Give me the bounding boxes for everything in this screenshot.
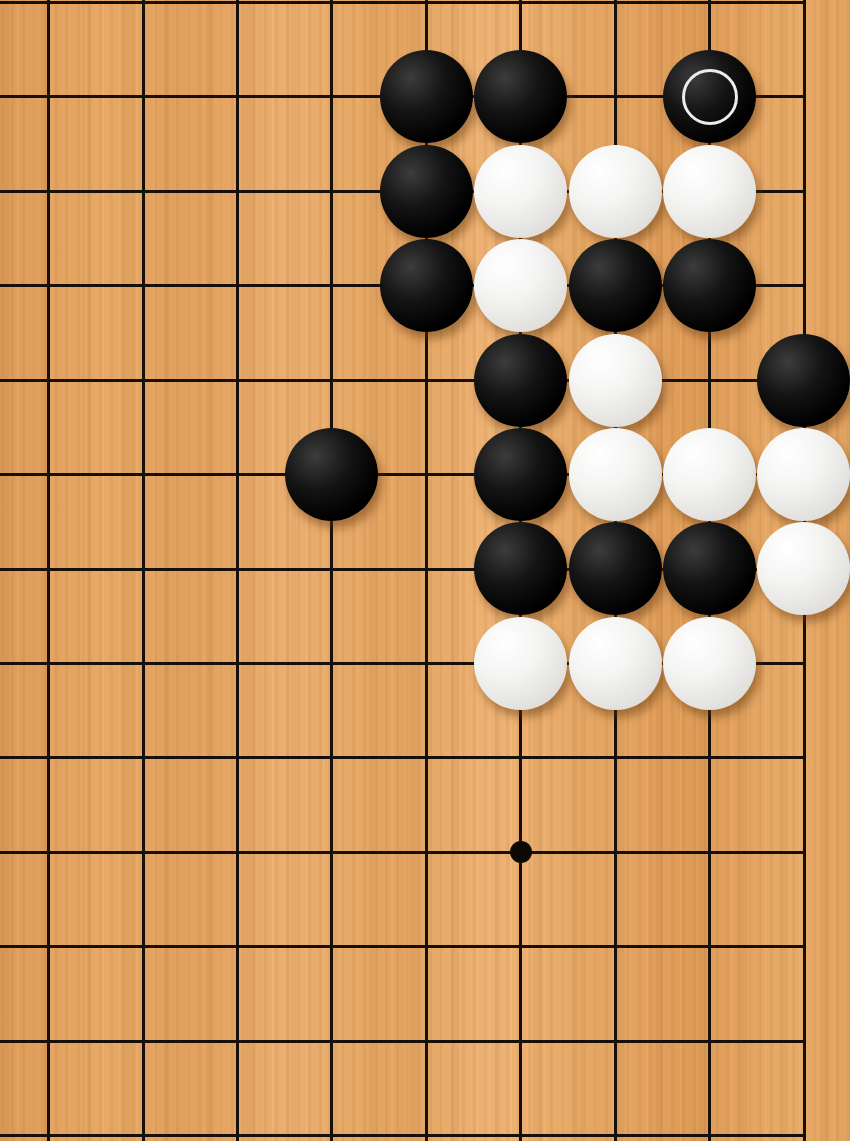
intersection-O13[interactable] <box>285 522 379 616</box>
intersection-S8[interactable] <box>662 994 756 1088</box>
intersection-R16[interactable] <box>568 238 662 332</box>
black-stone <box>663 522 756 615</box>
intersection-Q11[interactable] <box>473 711 567 805</box>
intersection-P9[interactable] <box>379 899 473 993</box>
intersection-S14[interactable] <box>662 427 756 521</box>
intersection-M7[interactable] <box>96 1088 190 1141</box>
intersection-S7[interactable] <box>662 1088 756 1141</box>
intersection-T12[interactable] <box>757 616 850 710</box>
intersection-O19[interactable] <box>285 0 379 50</box>
black-stone <box>474 334 567 427</box>
white-stone <box>569 428 662 521</box>
intersection-R15[interactable] <box>568 333 662 427</box>
intersection-O14[interactable] <box>285 427 379 521</box>
intersection-O12[interactable] <box>285 616 379 710</box>
intersection-Q16[interactable] <box>473 238 567 332</box>
intersection-R19[interactable] <box>568 0 662 50</box>
intersection-P8[interactable] <box>379 994 473 1088</box>
intersection-S12[interactable] <box>662 616 756 710</box>
go-board <box>0 0 850 1141</box>
last-move-circle-marker <box>682 69 738 125</box>
intersection-S16[interactable] <box>662 238 756 332</box>
black-stone <box>569 522 662 615</box>
intersection-T7[interactable] <box>757 1088 850 1141</box>
white-stone <box>569 145 662 238</box>
intersection-O15[interactable] <box>285 333 379 427</box>
intersection-Q10[interactable] <box>473 805 567 899</box>
intersection-M12[interactable] <box>96 616 190 710</box>
intersection-R13[interactable] <box>568 522 662 616</box>
intersection-O17[interactable] <box>285 144 379 238</box>
intersection-N15[interactable] <box>190 333 284 427</box>
black-stone <box>569 239 662 332</box>
intersection-R12[interactable] <box>568 616 662 710</box>
intersection-R17[interactable] <box>568 144 662 238</box>
white-stone <box>474 239 567 332</box>
intersection-Q13[interactable] <box>473 522 567 616</box>
intersection-R11[interactable] <box>568 711 662 805</box>
intersection-S13[interactable] <box>662 522 756 616</box>
white-stone <box>569 617 662 710</box>
intersection-L8[interactable] <box>1 994 95 1088</box>
intersection-N16[interactable] <box>190 238 284 332</box>
intersection-L18[interactable] <box>1 50 95 144</box>
intersection-S10[interactable] <box>662 805 756 899</box>
intersection-T16[interactable] <box>757 238 850 332</box>
intersection-M15[interactable] <box>96 333 190 427</box>
intersection-N10[interactable] <box>190 805 284 899</box>
white-stone <box>663 145 756 238</box>
intersection-R10[interactable] <box>568 805 662 899</box>
intersection-N8[interactable] <box>190 994 284 1088</box>
black-stone <box>474 522 567 615</box>
intersection-T10[interactable] <box>757 805 850 899</box>
intersection-L12[interactable] <box>1 616 95 710</box>
white-stone <box>663 617 756 710</box>
intersection-Q19[interactable] <box>473 0 567 50</box>
intersection-O11[interactable] <box>285 711 379 805</box>
intersection-Q12[interactable] <box>473 616 567 710</box>
black-stone <box>757 334 850 427</box>
intersection-R7[interactable] <box>568 1088 662 1141</box>
black-stone <box>474 50 567 143</box>
intersection-P10[interactable] <box>379 805 473 899</box>
intersection-M8[interactable] <box>96 994 190 1088</box>
white-stone <box>757 522 850 615</box>
intersection-M18[interactable] <box>96 50 190 144</box>
intersection-M13[interactable] <box>96 522 190 616</box>
white-stone <box>474 617 567 710</box>
intersection-S17[interactable] <box>662 144 756 238</box>
intersection-T9[interactable] <box>757 899 850 993</box>
intersection-M9[interactable] <box>96 899 190 993</box>
intersection-P16[interactable] <box>379 238 473 332</box>
star-point <box>510 841 532 863</box>
intersection-N14[interactable] <box>190 427 284 521</box>
intersection-O8[interactable] <box>285 994 379 1088</box>
intersection-L17[interactable] <box>1 144 95 238</box>
intersection-Q18[interactable] <box>473 50 567 144</box>
intersection-P14[interactable] <box>379 427 473 521</box>
intersection-S18[interactable] <box>662 50 756 144</box>
intersection-P19[interactable] <box>379 0 473 50</box>
intersection-L13[interactable] <box>1 522 95 616</box>
intersection-Q8[interactable] <box>473 994 567 1088</box>
intersection-T17[interactable] <box>757 144 850 238</box>
intersection-P15[interactable] <box>379 333 473 427</box>
intersection-L14[interactable] <box>1 427 95 521</box>
intersection-Q7[interactable] <box>473 1088 567 1141</box>
intersection-T8[interactable] <box>757 994 850 1088</box>
intersection-M16[interactable] <box>96 238 190 332</box>
intersection-P7[interactable] <box>379 1088 473 1141</box>
black-stone <box>380 239 473 332</box>
intersection-R14[interactable] <box>568 427 662 521</box>
intersection-Q9[interactable] <box>473 899 567 993</box>
intersection-T15[interactable] <box>757 333 850 427</box>
intersection-T14[interactable] <box>757 427 850 521</box>
intersection-N11[interactable] <box>190 711 284 805</box>
intersection-L7[interactable] <box>1 1088 95 1141</box>
intersection-L11[interactable] <box>1 711 95 805</box>
black-stone <box>663 50 756 143</box>
black-stone <box>285 428 378 521</box>
intersection-T18[interactable] <box>757 50 850 144</box>
intersection-L19[interactable] <box>1 0 95 50</box>
intersection-N9[interactable] <box>190 899 284 993</box>
intersection-S19[interactable] <box>662 0 756 50</box>
intersection-M10[interactable] <box>96 805 190 899</box>
intersection-O10[interactable] <box>285 805 379 899</box>
board-grid <box>1 0 850 1141</box>
intersection-O7[interactable] <box>285 1088 379 1141</box>
intersection-T13[interactable] <box>757 522 850 616</box>
white-stone <box>757 428 850 521</box>
intersection-P13[interactable] <box>379 522 473 616</box>
intersection-N7[interactable] <box>190 1088 284 1141</box>
intersection-S11[interactable] <box>662 711 756 805</box>
intersection-P11[interactable] <box>379 711 473 805</box>
intersection-P18[interactable] <box>379 50 473 144</box>
intersection-N13[interactable] <box>190 522 284 616</box>
intersection-R18[interactable] <box>568 50 662 144</box>
intersection-O9[interactable] <box>285 899 379 993</box>
intersection-N19[interactable] <box>190 0 284 50</box>
intersection-M11[interactable] <box>96 711 190 805</box>
intersection-Q17[interactable] <box>473 144 567 238</box>
intersection-Q14[interactable] <box>473 427 567 521</box>
intersection-T11[interactable] <box>757 711 850 805</box>
intersection-S9[interactable] <box>662 899 756 993</box>
intersection-N17[interactable] <box>190 144 284 238</box>
black-stone <box>474 428 567 521</box>
intersection-M17[interactable] <box>96 144 190 238</box>
intersection-L15[interactable] <box>1 333 95 427</box>
intersection-O18[interactable] <box>285 50 379 144</box>
intersection-R8[interactable] <box>568 994 662 1088</box>
white-stone <box>474 145 567 238</box>
intersection-N12[interactable] <box>190 616 284 710</box>
white-stone <box>663 428 756 521</box>
intersection-T19[interactable] <box>757 0 850 50</box>
intersection-L16[interactable] <box>1 238 95 332</box>
intersection-Q15[interactable] <box>473 333 567 427</box>
intersection-M19[interactable] <box>96 0 190 50</box>
intersection-P12[interactable] <box>379 616 473 710</box>
intersection-S15[interactable] <box>662 333 756 427</box>
intersection-M14[interactable] <box>96 427 190 521</box>
intersection-L10[interactable] <box>1 805 95 899</box>
black-stone <box>380 145 473 238</box>
black-stone <box>663 239 756 332</box>
intersection-R9[interactable] <box>568 899 662 993</box>
black-stone <box>380 50 473 143</box>
white-stone <box>569 334 662 427</box>
intersection-L9[interactable] <box>1 899 95 993</box>
intersection-O16[interactable] <box>285 238 379 332</box>
intersection-N18[interactable] <box>190 50 284 144</box>
intersection-P17[interactable] <box>379 144 473 238</box>
